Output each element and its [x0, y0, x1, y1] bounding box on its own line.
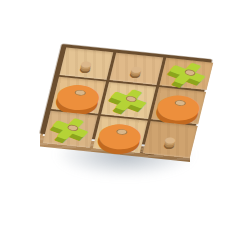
cell-r2c2[interactable]: ●	[143, 121, 198, 158]
wooden-peg: ●	[80, 59, 93, 68]
wooden-peg: ●	[130, 64, 143, 73]
cell-r1c2[interactable]: ●	[151, 87, 206, 124]
piece-orange-o[interactable]: ●	[93, 116, 148, 153]
cell-r2c0[interactable]: ✚	[43, 111, 98, 148]
piece-green-x[interactable]: ✚	[42, 111, 99, 147]
cell-r0c1[interactable]: ●	[110, 53, 164, 85]
piece-orange-o[interactable]: ●	[151, 87, 206, 124]
tic-tac-toe-board: ● ● ✚ ● ✚ ● ✚ ● ●	[40, 44, 212, 149]
wooden-peg: ●	[164, 135, 177, 144]
cell-r2c1[interactable]: ●	[93, 116, 148, 153]
product-photo-stage: CAYRO ● ● ✚ ● ✚ ● ✚ ● ●	[0, 0, 235, 235]
